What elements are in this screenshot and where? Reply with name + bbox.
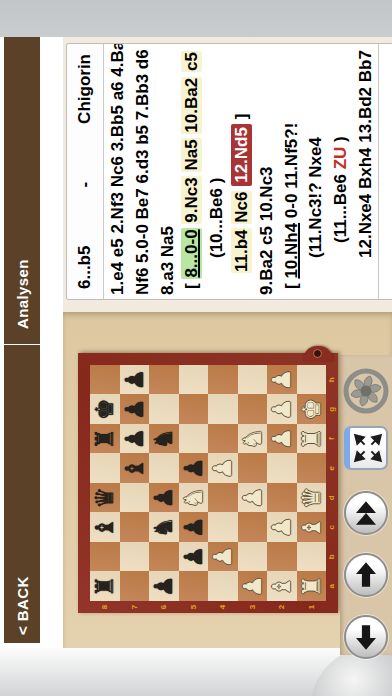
navbar-divider (4, 344, 40, 345)
main-split-view: ♜♝♛♜♚♝♟♟♟♟♞♟♞♟♟♞♟♟♟♟♟♞♝♟♟♟♟♜♝♛♜♚ abcdefg… (63, 37, 392, 648)
white-pawn: ♟ (208, 457, 237, 479)
header-black: Chigorin (75, 54, 95, 124)
page-title: Analysen (14, 259, 31, 329)
app-landscape-stage: < BACK Analysen ♜♝♛♜♚♝♟♟♟♟♞♟♞♟♟♞♟♟♟♟♟♞♝♟… (0, 0, 392, 696)
square-a5[interactable] (179, 572, 209, 602)
file-label-b: b (326, 542, 338, 572)
move-line: 8.a3 Na5 (156, 44, 181, 299)
fast-forward-button[interactable] (344, 491, 388, 535)
engine-button[interactable] (342, 367, 390, 415)
file-label-f: f (326, 424, 338, 454)
move-text: 9.Ba2 c5 10.Nc3 (257, 166, 276, 295)
move-token[interactable]: Nc6 (231, 191, 252, 224)
square-a4[interactable] (208, 572, 238, 602)
notation-table: 6...b5 - Chigorin 1.e4 e5 2.Nf3 Nc6 3.Bb… (66, 43, 392, 300)
square-g1[interactable]: ♚ (297, 395, 327, 425)
square-e4[interactable]: ♟ (208, 454, 238, 484)
file-label-h: h (326, 365, 338, 395)
move-line: (10...Be6 ) (205, 44, 230, 299)
move-line: 9.Ba2 c5 10.Nc3 (255, 44, 280, 299)
double-right-arrow-icon (346, 493, 386, 533)
back-button-label: < BACK (14, 576, 31, 635)
square-f4[interactable] (208, 424, 238, 454)
square-c5[interactable]: ♟ (179, 513, 209, 543)
move-token[interactable]: c5 (181, 51, 202, 72)
square-h6[interactable] (149, 365, 179, 395)
analysis-pane: 6...b5 - Chigorin 1.e4 e5 2.Nf3 Nc6 3.Bb… (63, 37, 392, 312)
square-f6[interactable]: ♞ (149, 424, 179, 454)
square-c1[interactable]: ♝ (297, 513, 327, 543)
move-text: 1.e4 e5 2.Nf3 Nc6 3.Bb5 a6 4.Ba4 (108, 44, 127, 295)
move-text: [ (282, 279, 301, 289)
black-pawn: ♟ (179, 516, 208, 538)
black-queen: ♛ (90, 487, 119, 509)
square-d3[interactable]: ♟ (238, 483, 268, 513)
move-token[interactable]: 9.Nc3 (181, 176, 202, 223)
square-d2[interactable] (267, 483, 297, 513)
white-pawn: ♟ (267, 369, 296, 391)
black-bishop: ♝ (120, 457, 149, 479)
square-d1[interactable]: ♛ (297, 483, 327, 513)
app-content: < BACK Analysen ♜♝♛♜♚♝♟♟♟♟♞♟♞♟♟♞♟♟♟♟♟♞♝♟… (0, 37, 392, 648)
expand-arrows-icon (351, 430, 385, 466)
white-pawn: ♟ (238, 575, 267, 597)
analysis-title-bar: Analysen (4, 37, 40, 344)
square-e3[interactable] (238, 454, 268, 484)
square-a3[interactable]: ♟ (238, 572, 268, 602)
black-pawn: ♟ (120, 428, 149, 450)
move-line: Nf6 5.0-0 Be7 6.d3 b5 7.Bb3 d6 (131, 44, 156, 299)
white-bishop: ♝ (267, 575, 296, 597)
rank-labels: 87654321 (90, 601, 326, 613)
rank-label-5: 5 (179, 601, 209, 613)
white-pawn: ♟ (267, 428, 296, 450)
move-text (182, 172, 201, 177)
square-c4[interactable] (208, 513, 238, 543)
file-label-a: a (326, 572, 338, 602)
square-b1[interactable] (297, 542, 327, 572)
move-line: 11.b4 Nc6 12.Nd5 ] (230, 44, 255, 299)
square-a1[interactable]: ♜ (297, 572, 327, 602)
move-text (182, 134, 201, 139)
black-pawn: ♟ (120, 369, 149, 391)
rank-label-3: 3 (238, 601, 268, 613)
header-white: 6...b5 (75, 246, 95, 289)
square-a7[interactable] (120, 572, 150, 602)
white-king: ♚ (297, 398, 326, 420)
step-forward-button[interactable] (344, 553, 388, 597)
moves-text[interactable]: 1.e4 e5 2.Nf3 Nc6 3.Bb5 a6 4.Ba4Nf6 5.0-… (104, 44, 379, 299)
square-g8[interactable]: ♚ (90, 395, 120, 425)
move-text (182, 72, 201, 77)
board-pane: ♜♝♛♜♚♝♟♟♟♟♞♟♞♟♟♞♟♟♟♟♟♞♝♟♟♟♟♜♝♛♜♚ abcdefg… (63, 312, 392, 648)
square-a6[interactable]: ♟ (149, 572, 179, 602)
game-header-row[interactable]: 6...b5 - Chigorin (67, 44, 104, 299)
rank-label-1: 1 (297, 601, 327, 613)
move-text: 0-0 11.Nf5?! (282, 123, 301, 223)
square-f1[interactable]: ♜ (297, 424, 327, 454)
board-knob-decoration (303, 346, 333, 362)
white-bishop: ♝ (297, 516, 326, 538)
rank-label-7: 7 (120, 601, 150, 613)
move-text: ] (232, 114, 251, 124)
move-text: 8.a3 Na5 (158, 226, 177, 295)
knob-dot (313, 349, 322, 358)
square-c2[interactable]: ♟ (267, 513, 297, 543)
square-g7[interactable]: ♟ (120, 395, 150, 425)
move-line: [ 8...0-0 9.Nc3 Na5 10.Ba2 c5 (180, 44, 205, 299)
move-controls-bar (340, 355, 392, 655)
move-text (232, 224, 251, 229)
square-f5[interactable] (179, 424, 209, 454)
fullscreen-button[interactable] (344, 426, 388, 470)
square-f3[interactable]: ♞ (238, 424, 268, 454)
board-squares: ♜♝♛♜♚♝♟♟♟♟♞♟♞♟♟♞♟♟♟♟♟♞♝♟♟♟♟♜♝♛♜♚ (90, 365, 326, 601)
white-pawn: ♟ (267, 398, 296, 420)
letterbox-right (0, 0, 392, 37)
file-label-g: g (326, 395, 338, 425)
file-labels: abcdefgh (326, 365, 338, 601)
black-knight: ♞ (149, 428, 178, 450)
move-token[interactable]: 10.Nh4 (282, 223, 301, 279)
move-text: 12.Nxe4 Bxh4 13.Bd2 Bb7 (356, 50, 375, 258)
square-b2[interactable] (267, 542, 297, 572)
white-knight: ♞ (238, 428, 267, 450)
square-b8[interactable] (90, 542, 120, 572)
square-b5[interactable]: ♟ (179, 542, 209, 572)
square-c7[interactable] (120, 513, 150, 543)
white-rook: ♜ (297, 575, 326, 597)
black-pawn: ♟ (179, 546, 208, 568)
file-label-e: e (326, 454, 338, 484)
black-pawn: ♟ (149, 487, 178, 509)
move-line: 1.e4 e5 2.Nf3 Nc6 3.Bb5 a6 4.Ba4 (106, 44, 131, 299)
square-h1[interactable] (297, 365, 327, 395)
move-text (182, 224, 201, 229)
black-knight: ♞ (149, 516, 178, 538)
square-c8[interactable]: ♝ (90, 513, 120, 543)
square-b7[interactable] (120, 542, 150, 572)
square-d6[interactable]: ♟ (149, 483, 179, 513)
square-d5[interactable]: ♞ (179, 483, 209, 513)
square-f8[interactable]: ♜ (90, 424, 120, 454)
move-token[interactable]: 12.Nd5 (231, 124, 252, 186)
square-h4[interactable] (208, 365, 238, 395)
fan-wheel-icon (342, 367, 390, 415)
square-g5[interactable] (179, 395, 209, 425)
move-token[interactable]: 11.b4 (231, 228, 252, 273)
square-a2[interactable]: ♝ (267, 572, 297, 602)
black-pawn: ♟ (120, 398, 149, 420)
rank-label-4: 4 (208, 601, 238, 613)
navigation-bar: < BACK Analysen (4, 37, 40, 643)
white-pawn: ♟ (238, 487, 267, 509)
move-line: (11.Nc3!? Nxe4 (304, 44, 329, 299)
square-d4[interactable] (208, 483, 238, 513)
file-label-d: d (326, 483, 338, 513)
square-h3[interactable] (238, 365, 268, 395)
square-e5[interactable]: ♟ (179, 454, 209, 484)
move-token[interactable]: Na5 (181, 138, 202, 171)
square-e8[interactable] (90, 454, 120, 484)
left-arrow-icon (346, 617, 386, 657)
move-token[interactable]: 10.Ba2 (181, 77, 202, 134)
move-text: (11.Nc3!? Nxe4 (306, 137, 325, 258)
square-d7[interactable] (120, 483, 150, 513)
black-rook: ♜ (90, 428, 119, 450)
square-h5[interactable] (179, 365, 209, 395)
square-f2[interactable]: ♟ (267, 424, 297, 454)
square-e7[interactable]: ♝ (120, 454, 150, 484)
chess-board: ♜♝♛♜♚♝♟♟♟♟♞♟♞♟♟♞♟♟♟♟♟♞♝♟♟♟♟♜♝♛♜♚ abcdefg… (78, 353, 338, 613)
rank-label-8: 8 (90, 601, 120, 613)
square-h8[interactable] (90, 365, 120, 395)
move-text: (10...Be6 ) (207, 178, 226, 258)
square-f7[interactable]: ♟ (120, 424, 150, 454)
square-d8[interactable]: ♛ (90, 483, 120, 513)
white-pawn: ♟ (208, 546, 237, 568)
black-pawn: ♟ (179, 457, 208, 479)
header-separator: - (75, 182, 95, 188)
move-token[interactable]: 8...0-0 (181, 228, 202, 278)
rank-label-2: 2 (267, 601, 297, 613)
square-b6[interactable] (149, 542, 179, 572)
square-a8[interactable]: ♜ (90, 572, 120, 602)
step-back-button[interactable] (344, 615, 388, 659)
move-text: ) (331, 136, 350, 146)
white-rook: ♜ (297, 428, 326, 450)
black-rook: ♜ (90, 575, 119, 597)
move-line: 12.Nxe4 Bxh4 13.Bd2 Bb7 (354, 44, 379, 299)
square-b3[interactable] (238, 542, 268, 572)
square-b4[interactable]: ♟ (208, 542, 238, 572)
square-c3[interactable] (238, 513, 268, 543)
square-h7[interactable]: ♟ (120, 365, 150, 395)
square-g4[interactable] (208, 395, 238, 425)
square-h2[interactable]: ♟ (267, 365, 297, 395)
back-button[interactable]: < BACK (4, 345, 40, 643)
black-pawn: ♟ (149, 575, 178, 597)
white-queen: ♛ (297, 487, 326, 509)
square-c6[interactable]: ♞ (149, 513, 179, 543)
white-pawn: ♟ (267, 516, 296, 538)
square-e1[interactable] (297, 454, 327, 484)
move-text: (11...Be6 (331, 169, 350, 243)
move-line: (11...Be6 ZU ) (329, 44, 354, 299)
move-text (232, 186, 251, 191)
square-e2[interactable] (267, 454, 297, 484)
white-knight: ♞ (179, 487, 208, 509)
square-e6[interactable] (149, 454, 179, 484)
move-text: ZU (331, 147, 350, 170)
move-line: [ 10.Nh4 0-0 11.Nf5?! (280, 44, 305, 299)
black-king: ♚ (90, 398, 119, 420)
move-text: Nf6 5.0-0 Be7 6.d3 b5 7.Bb3 d6 (133, 49, 152, 295)
file-label-c: c (326, 513, 338, 543)
square-g2[interactable]: ♟ (267, 395, 297, 425)
move-text: [ (182, 279, 201, 289)
rank-label-6: 6 (149, 601, 179, 613)
square-g6[interactable] (149, 395, 179, 425)
black-bishop: ♝ (90, 516, 119, 538)
square-g3[interactable] (238, 395, 268, 425)
right-arrow-icon (346, 555, 386, 595)
